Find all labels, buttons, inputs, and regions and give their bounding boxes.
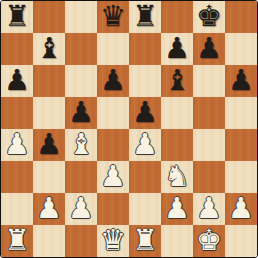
square-h8[interactable] [225, 1, 257, 33]
square-d7[interactable] [97, 33, 129, 65]
square-h6[interactable]: ♟ [225, 65, 257, 97]
chessboard-window: ♜♛♜♚♝♟♟♟♟♝♟♟♟♟♟♝♟♟♞♟♟♟♟♟♜♛♜♚ [0, 0, 258, 258]
square-b7[interactable]: ♝ [33, 33, 65, 65]
square-d6[interactable]: ♟ [97, 65, 129, 97]
square-a3[interactable] [1, 161, 33, 193]
piece-white-queen-d1[interactable]: ♛ [100, 226, 126, 255]
square-b5[interactable] [33, 97, 65, 129]
square-d1[interactable]: ♛ [97, 225, 129, 257]
square-e4[interactable]: ♟ [129, 129, 161, 161]
square-a6[interactable]: ♟ [1, 65, 33, 97]
square-f4[interactable] [161, 129, 193, 161]
square-c3[interactable] [65, 161, 97, 193]
piece-white-rook-a1[interactable]: ♜ [4, 226, 30, 255]
square-a2[interactable] [1, 193, 33, 225]
piece-white-king-g1[interactable]: ♚ [196, 226, 222, 255]
square-b6[interactable] [33, 65, 65, 97]
square-f2[interactable]: ♟ [161, 193, 193, 225]
square-f5[interactable] [161, 97, 193, 129]
square-d3[interactable]: ♟ [97, 161, 129, 193]
piece-white-knight-f3[interactable]: ♞ [164, 162, 190, 191]
square-g6[interactable] [193, 65, 225, 97]
piece-black-bishop-b7[interactable]: ♝ [36, 34, 62, 63]
piece-white-pawn-e4[interactable]: ♟ [132, 130, 158, 159]
square-c2[interactable]: ♟ [65, 193, 97, 225]
square-b4[interactable]: ♟ [33, 129, 65, 161]
piece-black-king-g8[interactable]: ♚ [196, 2, 222, 31]
square-b8[interactable] [33, 1, 65, 33]
square-e5[interactable]: ♟ [129, 97, 161, 129]
piece-black-pawn-b4[interactable]: ♟ [36, 130, 62, 159]
square-e7[interactable] [129, 33, 161, 65]
piece-black-bishop-f6[interactable]: ♝ [164, 66, 190, 95]
piece-white-pawn-d3[interactable]: ♟ [100, 162, 126, 191]
piece-white-pawn-a4[interactable]: ♟ [4, 130, 30, 159]
square-b1[interactable] [33, 225, 65, 257]
piece-white-rook-e1[interactable]: ♜ [132, 226, 158, 255]
piece-black-pawn-c5[interactable]: ♟ [68, 98, 94, 127]
square-g4[interactable] [193, 129, 225, 161]
square-f1[interactable] [161, 225, 193, 257]
square-a4[interactable]: ♟ [1, 129, 33, 161]
square-d4[interactable] [97, 129, 129, 161]
square-e6[interactable] [129, 65, 161, 97]
piece-black-queen-d8[interactable]: ♛ [100, 2, 126, 31]
square-a1[interactable]: ♜ [1, 225, 33, 257]
square-c1[interactable] [65, 225, 97, 257]
square-e8[interactable]: ♜ [129, 1, 161, 33]
square-d8[interactable]: ♛ [97, 1, 129, 33]
square-d2[interactable] [97, 193, 129, 225]
square-g7[interactable]: ♟ [193, 33, 225, 65]
square-g3[interactable] [193, 161, 225, 193]
square-c6[interactable] [65, 65, 97, 97]
square-g1[interactable]: ♚ [193, 225, 225, 257]
piece-white-pawn-g2[interactable]: ♟ [196, 194, 222, 223]
square-f7[interactable]: ♟ [161, 33, 193, 65]
square-e3[interactable] [129, 161, 161, 193]
piece-white-pawn-h2[interactable]: ♟ [228, 194, 254, 223]
square-g2[interactable]: ♟ [193, 193, 225, 225]
piece-black-rook-e8[interactable]: ♜ [132, 2, 158, 31]
piece-black-pawn-e5[interactable]: ♟ [132, 98, 158, 127]
piece-white-bishop-c4[interactable]: ♝ [68, 130, 94, 159]
piece-white-pawn-c2[interactable]: ♟ [68, 194, 94, 223]
square-f6[interactable]: ♝ [161, 65, 193, 97]
chessboard: ♜♛♜♚♝♟♟♟♟♝♟♟♟♟♟♝♟♟♞♟♟♟♟♟♜♛♜♚ [0, 0, 258, 258]
square-h3[interactable] [225, 161, 257, 193]
square-b2[interactable]: ♟ [33, 193, 65, 225]
square-h1[interactable] [225, 225, 257, 257]
piece-black-pawn-f7[interactable]: ♟ [164, 34, 190, 63]
piece-black-pawn-g7[interactable]: ♟ [196, 34, 222, 63]
square-c5[interactable]: ♟ [65, 97, 97, 129]
square-f3[interactable]: ♞ [161, 161, 193, 193]
square-h7[interactable] [225, 33, 257, 65]
piece-black-pawn-d6[interactable]: ♟ [100, 66, 126, 95]
square-g5[interactable] [193, 97, 225, 129]
piece-black-rook-a8[interactable]: ♜ [4, 2, 30, 31]
square-a7[interactable] [1, 33, 33, 65]
piece-white-pawn-f2[interactable]: ♟ [164, 194, 190, 223]
piece-white-pawn-b2[interactable]: ♟ [36, 194, 62, 223]
square-b3[interactable] [33, 161, 65, 193]
square-a5[interactable] [1, 97, 33, 129]
square-h5[interactable] [225, 97, 257, 129]
square-f8[interactable] [161, 1, 193, 33]
square-e1[interactable]: ♜ [129, 225, 161, 257]
piece-black-pawn-h6[interactable]: ♟ [228, 66, 254, 95]
square-g8[interactable]: ♚ [193, 1, 225, 33]
square-c4[interactable]: ♝ [65, 129, 97, 161]
square-h4[interactable] [225, 129, 257, 161]
square-c8[interactable] [65, 1, 97, 33]
square-e2[interactable] [129, 193, 161, 225]
piece-black-pawn-a6[interactable]: ♟ [4, 66, 30, 95]
square-d5[interactable] [97, 97, 129, 129]
square-c7[interactable] [65, 33, 97, 65]
square-a8[interactable]: ♜ [1, 1, 33, 33]
square-h2[interactable]: ♟ [225, 193, 257, 225]
